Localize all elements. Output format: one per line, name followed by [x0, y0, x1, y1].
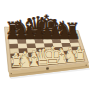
hinge-dot-left: [11, 73, 12, 74]
piece-white-rook-h1: ♜: [74, 47, 87, 64]
chess-board: ♜♞♝♛♚♝♞♜♟♟♟♟♟♟♟♟♟♟♟♟♟♟♟♟♜♞♝♛♚♝♞♜: [0, 0, 100, 100]
hinge-dot-right: [86, 65, 87, 66]
chess-set-photo: ♜♞♝♛♚♝♞♜♟♟♟♟♟♟♟♟♟♟♟♟♟♟♟♟♜♞♝♛♚♝♞♜: [0, 0, 100, 100]
piece-black-pawn-h7: ♟: [66, 24, 81, 43]
